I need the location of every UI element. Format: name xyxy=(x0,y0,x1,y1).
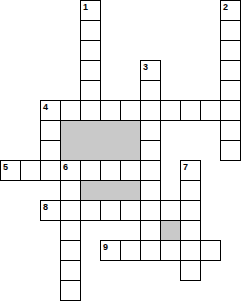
grid-cell[interactable] xyxy=(120,200,141,221)
grid-cell[interactable] xyxy=(60,100,81,121)
grid-cell[interactable] xyxy=(80,20,101,41)
grid-cell[interactable] xyxy=(40,100,61,121)
grid-cell[interactable] xyxy=(120,100,141,121)
crossword-board: 123456789 xyxy=(0,0,241,301)
grid-cell[interactable] xyxy=(140,80,161,101)
grid-cell[interactable] xyxy=(40,200,61,221)
grid-cell[interactable] xyxy=(60,280,81,301)
grid-cell[interactable] xyxy=(100,240,121,261)
grid-cell[interactable] xyxy=(100,200,121,221)
grid-cell[interactable] xyxy=(80,40,101,61)
grid-cell[interactable] xyxy=(200,100,221,121)
grid-cell[interactable] xyxy=(220,60,241,81)
grid-cell[interactable] xyxy=(140,120,161,141)
grid-cell[interactable] xyxy=(80,160,101,181)
grid-cell[interactable] xyxy=(200,240,221,261)
shaded-block xyxy=(80,180,141,201)
grid-cell[interactable] xyxy=(140,200,161,221)
grid-cell[interactable] xyxy=(220,40,241,61)
grid-cell[interactable] xyxy=(180,240,201,261)
grid-cell[interactable] xyxy=(60,160,81,181)
grid-cell[interactable] xyxy=(180,260,201,281)
grid-cell[interactable] xyxy=(120,240,141,261)
grid-cell[interactable] xyxy=(80,60,101,81)
grid-cell[interactable] xyxy=(140,240,161,261)
grid-cell[interactable] xyxy=(220,80,241,101)
grid-cell[interactable] xyxy=(180,220,201,241)
grid-cell[interactable] xyxy=(140,160,161,181)
grid-cell[interactable] xyxy=(180,160,201,181)
grid-cell[interactable] xyxy=(160,100,181,121)
shaded-block xyxy=(160,220,181,241)
grid-cell[interactable] xyxy=(100,100,121,121)
grid-cell[interactable] xyxy=(60,220,81,241)
grid-cell[interactable] xyxy=(160,200,181,221)
grid-cell[interactable] xyxy=(60,200,81,221)
grid-cell[interactable] xyxy=(180,100,201,121)
grid-cell[interactable] xyxy=(40,120,61,141)
grid-cell[interactable] xyxy=(80,0,101,21)
grid-cell[interactable] xyxy=(160,240,181,261)
grid-cell[interactable] xyxy=(220,100,241,121)
grid-cell[interactable] xyxy=(40,160,61,181)
grid-cell[interactable] xyxy=(140,100,161,121)
grid-cell[interactable] xyxy=(220,140,241,161)
grid-cell[interactable] xyxy=(180,180,201,201)
grid-cell[interactable] xyxy=(60,260,81,281)
grid-cell[interactable] xyxy=(220,0,241,21)
grid-cell[interactable] xyxy=(60,240,81,261)
grid-cell[interactable] xyxy=(80,100,101,121)
grid-cell[interactable] xyxy=(80,200,101,221)
grid-cell[interactable] xyxy=(140,60,161,81)
grid-cell[interactable] xyxy=(180,200,201,221)
grid-cell[interactable] xyxy=(120,160,141,181)
grid-cell[interactable] xyxy=(140,180,161,201)
grid-cell[interactable] xyxy=(40,140,61,161)
grid-cell[interactable] xyxy=(100,160,121,181)
grid-cell[interactable] xyxy=(220,20,241,41)
grid-cell[interactable] xyxy=(20,160,41,181)
shaded-block xyxy=(60,120,141,161)
grid-cell[interactable] xyxy=(60,180,81,201)
grid-cell[interactable] xyxy=(140,140,161,161)
grid-cell[interactable] xyxy=(220,120,241,141)
grid-cell[interactable] xyxy=(140,220,161,241)
grid-cell[interactable] xyxy=(80,80,101,101)
grid-cell[interactable] xyxy=(0,160,21,181)
